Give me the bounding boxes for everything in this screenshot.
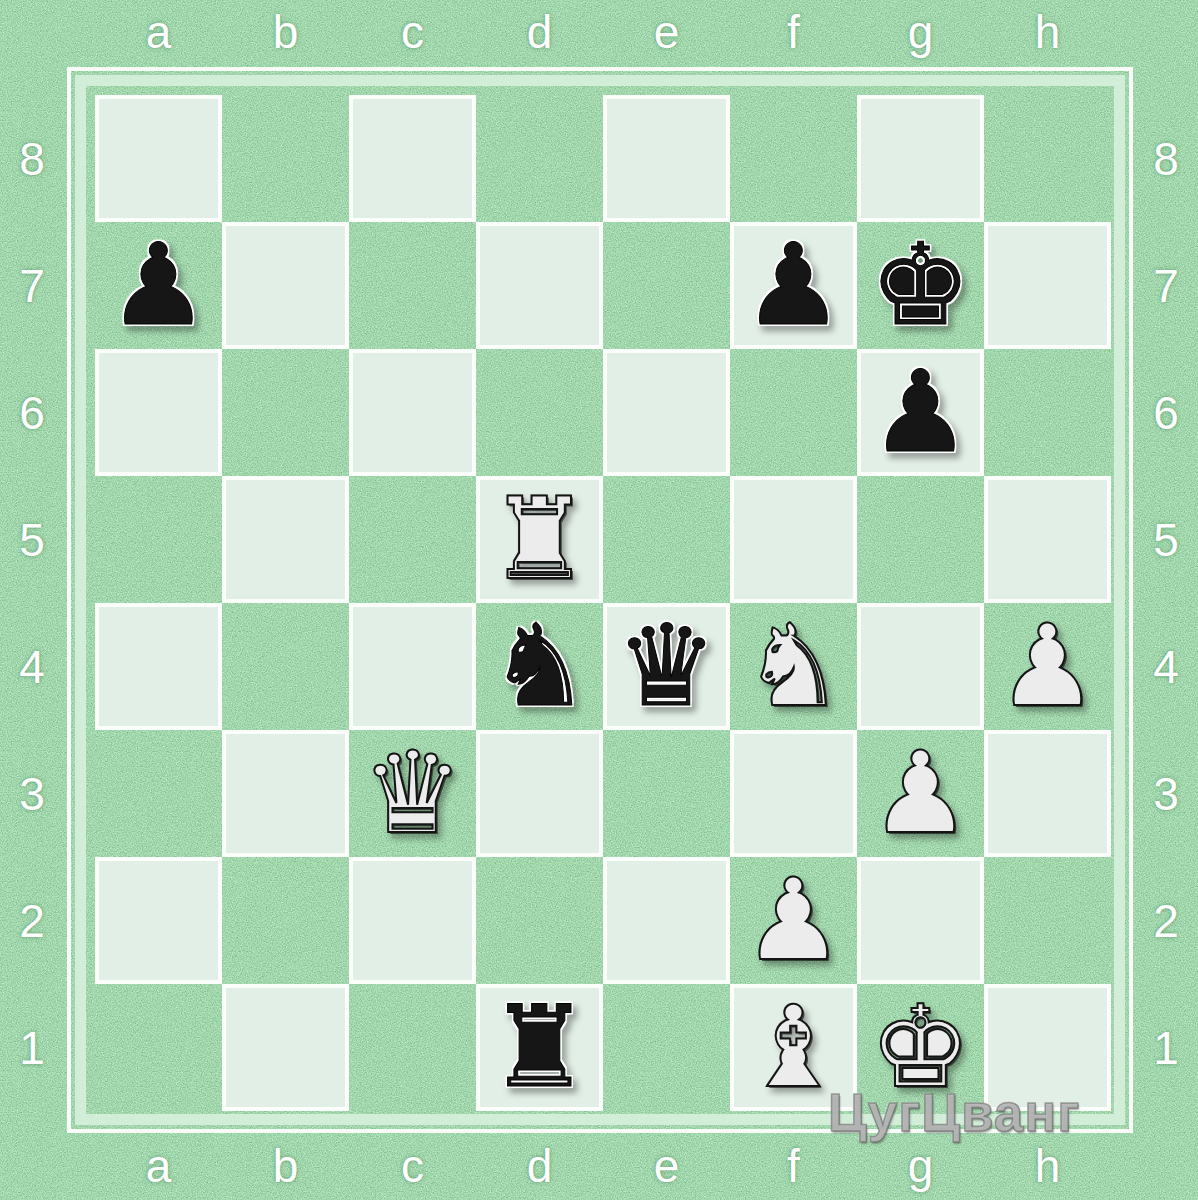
square-b4: [222, 603, 349, 730]
black-pawn: ♟: [870, 356, 971, 469]
square-d4: ♞: [476, 603, 603, 730]
black-knight: ♞: [489, 610, 590, 723]
square-c7: [349, 222, 476, 349]
square-c4: [349, 603, 476, 730]
white-pawn: ♟: [743, 864, 844, 977]
square-a8: [95, 95, 222, 222]
square-d2: [476, 857, 603, 984]
square-a2: [95, 857, 222, 984]
black-king: ♚: [870, 229, 971, 342]
square-e1: [603, 984, 730, 1111]
square-h3: [984, 730, 1111, 857]
square-c8: [349, 95, 476, 222]
square-f8: [730, 95, 857, 222]
square-e6: [603, 349, 730, 476]
square-a1: [95, 984, 222, 1111]
square-a6: [95, 349, 222, 476]
square-b6: [222, 349, 349, 476]
square-h6: [984, 349, 1111, 476]
square-e5: [603, 476, 730, 603]
square-b1: [222, 984, 349, 1111]
square-h8: [984, 95, 1111, 222]
black-queen: ♛: [616, 610, 717, 723]
square-g6: ♟: [857, 349, 984, 476]
square-h7: [984, 222, 1111, 349]
chess-diagram: abcdefgh abcdefgh 87654321 87654321 ♟♟♚♟…: [0, 0, 1198, 1200]
square-c3: ♛: [349, 730, 476, 857]
white-knight: ♞: [743, 610, 844, 723]
square-e2: [603, 857, 730, 984]
square-g3: ♟: [857, 730, 984, 857]
square-f5: [730, 476, 857, 603]
square-d8: [476, 95, 603, 222]
square-b8: [222, 95, 349, 222]
square-g2: [857, 857, 984, 984]
square-c1: [349, 984, 476, 1111]
square-g4: [857, 603, 984, 730]
square-f7: ♟: [730, 222, 857, 349]
square-h2: [984, 857, 1111, 984]
chess-board: ♟♟♚♟♜♞♛♞♟♛♟♟♜♝♚: [95, 95, 1111, 1111]
square-a5: [95, 476, 222, 603]
square-b2: [222, 857, 349, 984]
square-c5: [349, 476, 476, 603]
square-g7: ♚: [857, 222, 984, 349]
white-rook: ♜: [489, 483, 590, 596]
square-a7: ♟: [95, 222, 222, 349]
white-pawn: ♟: [870, 737, 971, 850]
square-e8: [603, 95, 730, 222]
square-d6: [476, 349, 603, 476]
square-b7: [222, 222, 349, 349]
square-d1: ♜: [476, 984, 603, 1111]
square-h5: [984, 476, 1111, 603]
square-h4: ♟: [984, 603, 1111, 730]
square-f6: [730, 349, 857, 476]
square-g8: [857, 95, 984, 222]
black-pawn: ♟: [743, 229, 844, 342]
black-rook: ♜: [489, 991, 590, 1104]
square-c6: [349, 349, 476, 476]
square-b3: [222, 730, 349, 857]
square-c2: [349, 857, 476, 984]
square-d5: ♜: [476, 476, 603, 603]
square-f2: ♟: [730, 857, 857, 984]
square-a3: [95, 730, 222, 857]
square-f4: ♞: [730, 603, 857, 730]
square-e3: [603, 730, 730, 857]
black-pawn: ♟: [108, 229, 209, 342]
white-queen: ♛: [362, 737, 463, 850]
square-e4: ♛: [603, 603, 730, 730]
square-d3: [476, 730, 603, 857]
square-e7: [603, 222, 730, 349]
square-g5: [857, 476, 984, 603]
watermark: ЦугЦванг: [828, 1082, 1080, 1143]
square-a4: [95, 603, 222, 730]
square-d7: [476, 222, 603, 349]
square-b5: [222, 476, 349, 603]
square-f3: [730, 730, 857, 857]
white-pawn: ♟: [997, 610, 1098, 723]
